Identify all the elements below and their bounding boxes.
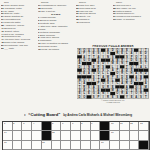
grid-cell xyxy=(71,141,81,150)
grid-cell xyxy=(61,141,71,150)
puzzle-grid: 123456789101112131415161718192021 xyxy=(2,121,150,150)
cell-number: 18 xyxy=(42,141,45,143)
grid-cell xyxy=(91,131,101,140)
cell-number: 3 xyxy=(23,122,24,124)
clue-list-across-down: ground67 Furnishings of “Oblivion”68 Sen… xyxy=(38,1,74,50)
grid-cell xyxy=(22,131,32,140)
black-square xyxy=(100,122,110,131)
cell-number: 12 xyxy=(130,122,133,124)
grid-cell xyxy=(130,141,140,150)
puzzle-title-line: = “Cutting Board” by Andrea Carla Michae… xyxy=(24,111,150,119)
cell-number: 1 xyxy=(4,122,5,124)
clue: 63 Mdse. in question xyxy=(113,18,150,21)
clue-number: 40 xyxy=(76,21,79,23)
newspaper-crossword-page: area20 Willie Nelson genre23 “Laughing” … xyxy=(0,0,150,150)
grid-cell xyxy=(120,131,130,140)
clue: 40 Publicized xyxy=(76,21,111,24)
down-header: DOWN xyxy=(38,13,74,16)
grid-cell xyxy=(81,131,91,140)
grid-cell: 9 xyxy=(91,122,101,131)
cell-number: 11 xyxy=(120,122,123,124)
cell-number: 17 xyxy=(4,141,7,143)
puzzle-byline: by Andrea Carla Michaels & Michael Wiese… xyxy=(63,113,132,116)
grid-cell xyxy=(139,131,149,140)
clue: 55 ___ carte xyxy=(1,47,37,50)
clue-column-3: groove23 Palm tree fiber25 Rock band gea… xyxy=(76,1,111,44)
grid-cell: 14 xyxy=(3,131,13,140)
puzzle-date-mark: = xyxy=(24,113,26,116)
clue-column-4: paper57 Queen's rule?58 One-pager, for o… xyxy=(113,1,150,44)
grid-cell: 13 xyxy=(139,122,149,131)
cell-number: 10 xyxy=(111,122,114,124)
clue-list-down: groove23 Palm tree fiber25 Rock band gea… xyxy=(76,1,111,24)
cell-number: 9 xyxy=(91,122,92,124)
cell-number: 15 xyxy=(52,131,55,133)
grid-cell xyxy=(120,141,130,150)
black-square xyxy=(100,131,110,140)
grid-cell xyxy=(22,141,32,150)
clue-number: 70 xyxy=(38,10,41,12)
clue-number: 55 xyxy=(1,47,4,49)
grid-cell: 15 xyxy=(52,131,62,140)
grid-cell: 6 xyxy=(61,122,71,131)
answer-caption: © Tribune Media Services, Inc. All right… xyxy=(77,99,149,103)
previous-answer-grid: HOUSEADOBESITAPTESTSRELATEDATTAINSSPOTSA… xyxy=(77,48,149,99)
puzzle-title: “Cutting Board” xyxy=(28,112,60,117)
clue-column-1: area20 Willie Nelson genre23 “Laughing” … xyxy=(1,1,37,110)
clue: 12 Press, as clothes xyxy=(38,48,74,51)
grid-cell: 18 xyxy=(42,141,52,150)
cell-number: 19 xyxy=(101,141,104,143)
cell-number: 2 xyxy=(13,122,14,124)
grid-cell xyxy=(61,131,71,140)
cell-number: 6 xyxy=(62,122,63,124)
previous-puzzle-answer-box: PREVIOUS PUZZLE ANSWER HOUSEADOBESITAPTE… xyxy=(77,45,149,103)
grid-cell: 11 xyxy=(120,122,130,131)
grid-cell xyxy=(32,131,42,140)
clue: 70 Say it ain't so xyxy=(38,10,74,13)
grid-cell: 17 xyxy=(3,141,13,150)
grid-cell xyxy=(32,141,42,150)
grid-cell xyxy=(110,141,120,150)
clue-list-across: area20 Willie Nelson genre23 “Laughing” … xyxy=(1,1,37,49)
grid-cell xyxy=(71,131,81,140)
black-square xyxy=(42,131,52,140)
grid-cell: 8 xyxy=(81,122,91,131)
grid-cell: 3 xyxy=(22,122,32,131)
grid-cell xyxy=(130,131,140,140)
clue-number: 63 xyxy=(113,18,116,20)
grid-cell: 19 xyxy=(100,141,110,150)
grid-cell xyxy=(13,141,23,150)
grid-cell: 4 xyxy=(32,122,42,131)
answer-cell: T xyxy=(144,95,149,98)
cell-number: 7 xyxy=(72,122,73,124)
grid-cell xyxy=(52,141,62,150)
cell-number: 5 xyxy=(52,122,53,124)
cell-number: 14 xyxy=(4,131,7,133)
grid-cell: 7 xyxy=(71,122,81,131)
clue-column-2: ground67 Furnishings of “Oblivion”68 Sen… xyxy=(38,1,74,110)
grid-cell: 16 xyxy=(110,131,120,140)
answer-caption-line2: All rights reserved. xyxy=(77,101,149,103)
grid-cell xyxy=(13,131,23,140)
cell-number: 13 xyxy=(140,122,143,124)
clue-number: 12 xyxy=(38,48,41,50)
clue-list-down: paper57 Queen's rule?58 One-pager, for o… xyxy=(113,1,150,21)
grid-cell xyxy=(81,141,91,150)
grid-cell: 12 xyxy=(130,122,140,131)
black-square xyxy=(139,141,149,150)
cell-number: 8 xyxy=(81,122,82,124)
grid-cell xyxy=(91,141,101,150)
cell-number: 16 xyxy=(111,131,114,133)
cell-number: 4 xyxy=(33,122,34,124)
black-square xyxy=(42,122,52,131)
grid-cell: 2 xyxy=(13,122,23,131)
